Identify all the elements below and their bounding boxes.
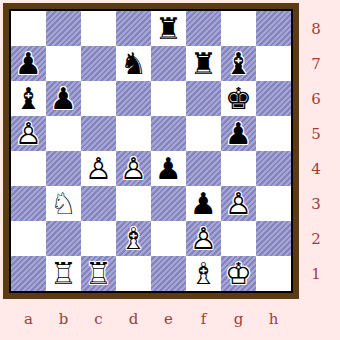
piece-glyph-fill: ♜ <box>81 256 116 291</box>
file-label-d: d <box>129 310 139 328</box>
square-b8[interactable] <box>46 11 81 46</box>
white-king-g1: ♚♔ <box>221 256 256 291</box>
black-bishop-a6: ♝♝ <box>11 81 46 116</box>
square-d8[interactable] <box>116 11 151 46</box>
square-a1[interactable] <box>11 256 46 291</box>
square-a4[interactable] <box>11 151 46 186</box>
white-pawn-d4: ♟♙ <box>116 151 151 186</box>
square-e2[interactable] <box>151 221 186 256</box>
piece-glyph-outline: ♙ <box>186 221 221 256</box>
square-b4[interactable] <box>46 151 81 186</box>
square-f6[interactable] <box>186 81 221 116</box>
square-e4[interactable]: ♟♟ <box>151 151 186 186</box>
piece-glyph-fill: ♝ <box>116 221 151 256</box>
black-pawn-g5: ♟♟ <box>221 116 256 151</box>
square-e7[interactable] <box>151 46 186 81</box>
rank-label-3: 3 <box>311 195 321 213</box>
piece-glyph-fill: ♜ <box>151 11 186 46</box>
white-pawn-a5: ♟♙ <box>11 116 46 151</box>
rank-label-2: 2 <box>311 230 321 248</box>
file-coordinates: abcdefgh <box>11 299 291 339</box>
square-g8[interactable] <box>221 11 256 46</box>
square-d2[interactable]: ♝♗ <box>116 221 151 256</box>
square-f3[interactable]: ♟♟ <box>186 186 221 221</box>
white-bishop-d2: ♝♗ <box>116 221 151 256</box>
piece-glyph-fill: ♜ <box>186 46 221 81</box>
piece-glyph-outline: ♟ <box>11 46 46 81</box>
square-h3[interactable] <box>256 186 291 221</box>
rank-label-1: 1 <box>311 265 321 283</box>
piece-glyph-fill: ♟ <box>221 116 256 151</box>
square-c1[interactable]: ♜♖ <box>81 256 116 291</box>
piece-glyph-fill: ♝ <box>186 256 221 291</box>
piece-glyph-outline: ♜ <box>186 46 221 81</box>
square-h2[interactable] <box>256 221 291 256</box>
piece-glyph-fill: ♟ <box>186 221 221 256</box>
black-bishop-g7: ♝♝ <box>221 46 256 81</box>
piece-glyph-fill: ♞ <box>116 46 151 81</box>
square-a2[interactable] <box>11 221 46 256</box>
square-f2[interactable]: ♟♙ <box>186 221 221 256</box>
square-e1[interactable] <box>151 256 186 291</box>
square-a7[interactable]: ♟♟ <box>11 46 46 81</box>
piece-glyph-outline: ♜ <box>151 11 186 46</box>
piece-glyph-outline: ♙ <box>116 151 151 186</box>
piece-glyph-fill: ♝ <box>221 46 256 81</box>
square-c7[interactable] <box>81 46 116 81</box>
black-knight-d7: ♞♞ <box>116 46 151 81</box>
square-f4[interactable] <box>186 151 221 186</box>
file-label-e: e <box>164 310 173 328</box>
square-c5[interactable] <box>81 116 116 151</box>
piece-glyph-fill: ♝ <box>11 81 46 116</box>
piece-glyph-fill: ♟ <box>221 186 256 221</box>
white-pawn-c4: ♟♙ <box>81 151 116 186</box>
square-c2[interactable] <box>81 221 116 256</box>
black-pawn-e4: ♟♟ <box>151 151 186 186</box>
square-d1[interactable] <box>116 256 151 291</box>
piece-glyph-outline: ♗ <box>186 256 221 291</box>
square-f7[interactable]: ♜♜ <box>186 46 221 81</box>
piece-glyph-outline: ♟ <box>46 81 81 116</box>
black-rook-e8: ♜♜ <box>151 11 186 46</box>
rank-label-6: 6 <box>311 90 321 108</box>
rank-label-4: 4 <box>311 160 321 178</box>
piece-glyph-outline: ♙ <box>221 186 256 221</box>
square-h7[interactable] <box>256 46 291 81</box>
square-h8[interactable] <box>256 11 291 46</box>
file-label-a: a <box>24 310 33 328</box>
square-c6[interactable] <box>81 81 116 116</box>
square-c3[interactable] <box>81 186 116 221</box>
square-b3[interactable]: ♞♘ <box>46 186 81 221</box>
square-b1[interactable]: ♜♖ <box>46 256 81 291</box>
white-knight-b3: ♞♘ <box>46 186 81 221</box>
square-c4[interactable]: ♟♙ <box>81 151 116 186</box>
square-g1[interactable]: ♚♔ <box>221 256 256 291</box>
square-a8[interactable] <box>11 11 46 46</box>
square-b2[interactable] <box>46 221 81 256</box>
rank-coordinates: 87654321 <box>299 11 333 291</box>
black-king-g6: ♚♚ <box>221 81 256 116</box>
square-g5[interactable]: ♟♟ <box>221 116 256 151</box>
square-d3[interactable] <box>116 186 151 221</box>
white-pawn-g3: ♟♙ <box>221 186 256 221</box>
file-label-f: f <box>201 310 207 328</box>
rank-label-7: 7 <box>311 55 321 73</box>
piece-glyph-outline: ♞ <box>116 46 151 81</box>
piece-glyph-fill: ♞ <box>46 186 81 221</box>
piece-glyph-fill: ♟ <box>11 116 46 151</box>
square-g3[interactable]: ♟♙ <box>221 186 256 221</box>
rank-label-5: 5 <box>311 125 321 143</box>
piece-glyph-fill: ♟ <box>81 151 116 186</box>
square-e3[interactable] <box>151 186 186 221</box>
square-d4[interactable]: ♟♙ <box>116 151 151 186</box>
piece-glyph-outline: ♖ <box>81 256 116 291</box>
piece-glyph-fill: ♟ <box>11 46 46 81</box>
square-c8[interactable] <box>81 11 116 46</box>
file-label-h: h <box>269 310 279 328</box>
piece-glyph-outline: ♚ <box>221 81 256 116</box>
square-b6[interactable]: ♟♟ <box>46 81 81 116</box>
piece-glyph-fill: ♟ <box>186 186 221 221</box>
piece-glyph-outline: ♝ <box>221 46 256 81</box>
white-bishop-f1: ♝♗ <box>186 256 221 291</box>
square-h1[interactable] <box>256 256 291 291</box>
square-d5[interactable] <box>116 116 151 151</box>
square-e6[interactable] <box>151 81 186 116</box>
square-h6[interactable] <box>256 81 291 116</box>
piece-glyph-outline: ♝ <box>11 81 46 116</box>
piece-glyph-fill: ♚ <box>221 256 256 291</box>
square-h5[interactable] <box>256 116 291 151</box>
file-label-b: b <box>59 310 69 328</box>
square-g2[interactable] <box>221 221 256 256</box>
black-pawn-f3: ♟♟ <box>186 186 221 221</box>
black-pawn-b6: ♟♟ <box>46 81 81 116</box>
piece-glyph-outline: ♟ <box>221 116 256 151</box>
square-f1[interactable]: ♝♗ <box>186 256 221 291</box>
piece-glyph-fill: ♜ <box>46 256 81 291</box>
square-a6[interactable]: ♝♝ <box>11 81 46 116</box>
piece-glyph-fill: ♚ <box>221 81 256 116</box>
piece-glyph-outline: ♖ <box>46 256 81 291</box>
piece-glyph-outline: ♙ <box>11 116 46 151</box>
file-label-c: c <box>94 310 102 328</box>
black-pawn-a7: ♟♟ <box>11 46 46 81</box>
square-e5[interactable] <box>151 116 186 151</box>
square-d6[interactable] <box>116 81 151 116</box>
piece-glyph-fill: ♟ <box>46 81 81 116</box>
piece-glyph-outline: ♟ <box>186 186 221 221</box>
piece-glyph-outline: ♙ <box>81 151 116 186</box>
square-f8[interactable] <box>186 11 221 46</box>
file-label-g: g <box>234 310 244 328</box>
square-b5[interactable] <box>46 116 81 151</box>
chess-board: ♜♜♟♟♞♞♜♜♝♝♝♝♟♟♚♚♟♙♟♟♟♙♟♙♟♟♞♘♟♟♟♙♝♗♟♙♜♖♜♖… <box>11 11 291 291</box>
square-a3[interactable] <box>11 186 46 221</box>
square-f5[interactable] <box>186 116 221 151</box>
piece-glyph-fill: ♟ <box>116 151 151 186</box>
square-e8[interactable]: ♜♜ <box>151 11 186 46</box>
square-g6[interactable]: ♚♚ <box>221 81 256 116</box>
square-d7[interactable]: ♞♞ <box>116 46 151 81</box>
piece-glyph-outline: ♗ <box>116 221 151 256</box>
piece-glyph-fill: ♟ <box>151 151 186 186</box>
rank-label-8: 8 <box>311 20 321 38</box>
piece-glyph-outline: ♘ <box>46 186 81 221</box>
white-rook-c1: ♜♖ <box>81 256 116 291</box>
chess-board-frame: ♜♜♟♟♞♞♜♜♝♝♝♝♟♟♚♚♟♙♟♟♟♙♟♙♟♟♞♘♟♟♟♙♝♗♟♙♜♖♜♖… <box>3 3 299 299</box>
piece-glyph-outline: ♔ <box>221 256 256 291</box>
square-a5[interactable]: ♟♙ <box>11 116 46 151</box>
square-b7[interactable] <box>46 46 81 81</box>
square-g4[interactable] <box>221 151 256 186</box>
chess-diagram: ♜♜♟♟♞♞♜♜♝♝♝♝♟♟♚♚♟♙♟♟♟♙♟♙♟♟♞♘♟♟♟♙♝♗♟♙♜♖♜♖… <box>0 0 340 340</box>
white-rook-b1: ♜♖ <box>46 256 81 291</box>
white-pawn-f2: ♟♙ <box>186 221 221 256</box>
square-h4[interactable] <box>256 151 291 186</box>
piece-glyph-outline: ♟ <box>151 151 186 186</box>
black-rook-f7: ♜♜ <box>186 46 221 81</box>
square-g7[interactable]: ♝♝ <box>221 46 256 81</box>
